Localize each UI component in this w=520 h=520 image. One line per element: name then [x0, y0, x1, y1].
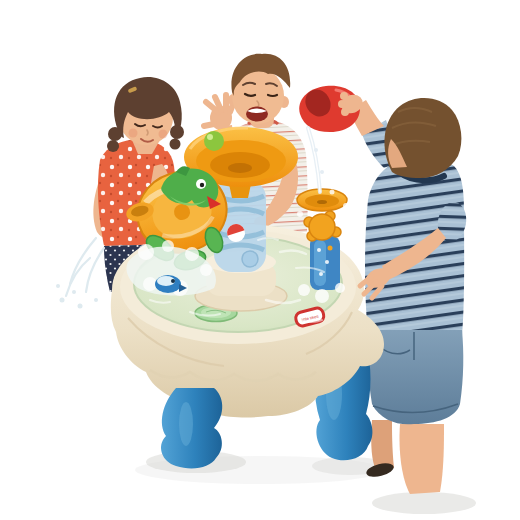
product-photo-illustration: little tikes — [0, 0, 520, 520]
boy-right-front-leg — [399, 424, 444, 494]
green-ball — [204, 131, 224, 151]
spinner-dish — [297, 189, 347, 211]
product-photo: little tikes — [0, 0, 520, 520]
spinner-column-highlight — [314, 240, 326, 286]
table-leg-front-highlight — [179, 402, 193, 446]
ball-in-column-blue — [242, 251, 258, 267]
boy-right-back-leg — [371, 420, 394, 470]
girl-hair-curl — [170, 139, 181, 150]
girl-hair-curl — [170, 125, 184, 139]
girl-hair-curl — [108, 127, 122, 141]
girl-hair-curl — [107, 140, 119, 152]
